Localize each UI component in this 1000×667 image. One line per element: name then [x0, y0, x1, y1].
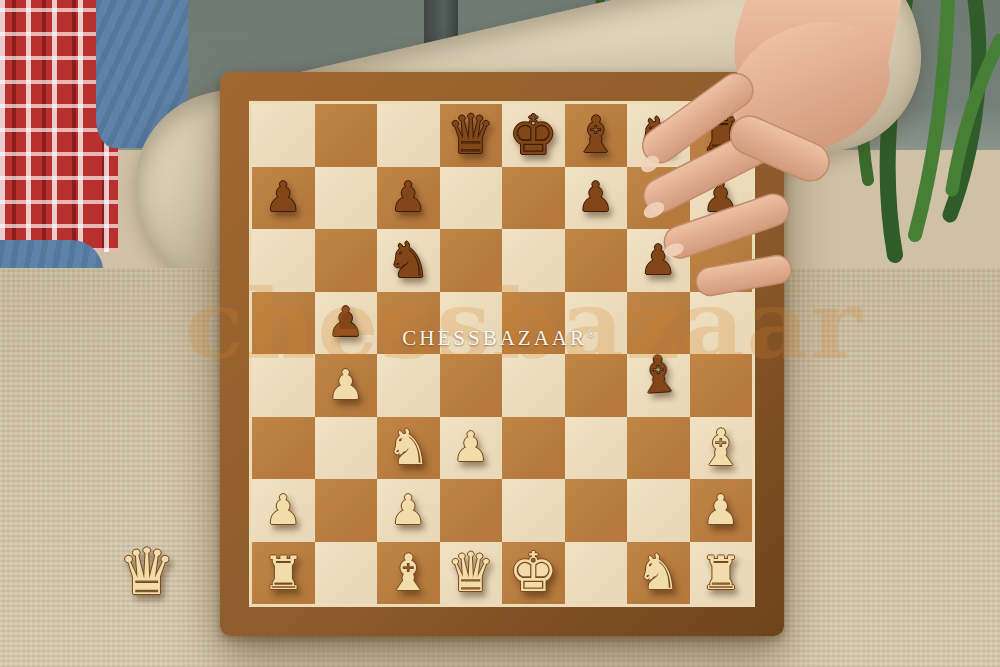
piece-white-knight-g1[interactable]: ♞: [636, 548, 680, 597]
piece-white-rook-h1[interactable]: ♜: [700, 550, 741, 596]
piece-black-pawn-b5[interactable]: ♟: [327, 302, 364, 343]
square-a1[interactable]: ♜: [252, 542, 315, 605]
piece-black-pawn-f7[interactable]: ♟: [577, 177, 614, 218]
square-c2[interactable]: ♟: [377, 479, 440, 542]
piece-white-bishop-h3[interactable]: ♝: [698, 423, 743, 473]
square-d2[interactable]: [440, 479, 503, 542]
square-d3[interactable]: ♟: [440, 417, 503, 480]
piece-black-bishop-f8[interactable]: ♝: [573, 110, 618, 160]
square-g5[interactable]: [627, 292, 690, 355]
square-g6[interactable]: ♟: [627, 229, 690, 292]
square-a6[interactable]: [252, 229, 315, 292]
piece-white-pawn-a2[interactable]: ♟: [265, 490, 302, 531]
piece-white-pawn-d3[interactable]: ♟: [452, 427, 489, 468]
square-e7[interactable]: [502, 167, 565, 230]
square-b1[interactable]: [315, 542, 378, 605]
piece-black-bishop-g4[interactable]: ♝: [634, 349, 682, 402]
board-grid: ♛♚♝♞♜♟♟♟♟♞♟♟♟♝♞♟♝♟♟♟♜♝♛♚♞♜: [252, 104, 752, 604]
square-e6[interactable]: [502, 229, 565, 292]
piece-black-queen-d8[interactable]: ♛: [447, 108, 495, 162]
piece-black-pawn-h7[interactable]: ♟: [702, 177, 739, 218]
square-f8[interactable]: ♝: [565, 104, 628, 167]
square-c5[interactable]: [377, 292, 440, 355]
piece-black-knight-g8[interactable]: ♞: [636, 111, 680, 160]
piece-white-rook-a1[interactable]: ♜: [263, 550, 304, 596]
square-d1[interactable]: ♛: [440, 542, 503, 605]
square-g2[interactable]: [627, 479, 690, 542]
square-b5[interactable]: ♟: [315, 292, 378, 355]
square-d7[interactable]: [440, 167, 503, 230]
square-a8[interactable]: [252, 104, 315, 167]
square-e5[interactable]: [502, 292, 565, 355]
square-b8[interactable]: [315, 104, 378, 167]
piece-white-pawn-b4[interactable]: ♟: [327, 365, 364, 406]
square-h6[interactable]: [690, 229, 753, 292]
square-h5[interactable]: [690, 292, 753, 355]
spare-black-queen-off-board[interactable]: ♛: [795, 62, 833, 104]
piece-white-queen-d1[interactable]: ♛: [447, 546, 495, 600]
piece-white-pawn-h2[interactable]: ♟: [702, 490, 739, 531]
spare-white-queen-off-board[interactable]: ♛: [118, 540, 175, 604]
square-a7[interactable]: ♟: [252, 167, 315, 230]
square-f1[interactable]: [565, 542, 628, 605]
square-g3[interactable]: [627, 417, 690, 480]
piece-white-pawn-c2[interactable]: ♟: [390, 490, 427, 531]
piece-black-king-e8[interactable]: ♚: [509, 108, 558, 163]
square-d6[interactable]: [440, 229, 503, 292]
square-c1[interactable]: ♝: [377, 542, 440, 605]
square-a3[interactable]: [252, 417, 315, 480]
square-g7[interactable]: [627, 167, 690, 230]
square-f7[interactable]: ♟: [565, 167, 628, 230]
square-c3[interactable]: ♞: [377, 417, 440, 480]
square-c4[interactable]: [377, 354, 440, 417]
piece-black-pawn-g6[interactable]: ♟: [640, 240, 677, 281]
chessboard: ♛♚♝♞♜♟♟♟♟♞♟♟♟♝♞♟♝♟♟♟♜♝♛♚♞♜: [220, 72, 784, 636]
piece-white-knight-c3[interactable]: ♞: [386, 423, 430, 472]
square-h8[interactable]: ♜: [690, 104, 753, 167]
square-f5[interactable]: [565, 292, 628, 355]
square-a5[interactable]: [252, 292, 315, 355]
square-b2[interactable]: [315, 479, 378, 542]
square-f4[interactable]: [565, 354, 628, 417]
square-h1[interactable]: ♜: [690, 542, 753, 605]
piece-black-rook-h8[interactable]: ♜: [700, 112, 741, 158]
square-g4[interactable]: ♝: [627, 354, 690, 417]
square-e3[interactable]: [502, 417, 565, 480]
square-b7[interactable]: [315, 167, 378, 230]
square-c6[interactable]: ♞: [377, 229, 440, 292]
square-g1[interactable]: ♞: [627, 542, 690, 605]
square-a4[interactable]: [252, 354, 315, 417]
square-h4[interactable]: [690, 354, 753, 417]
piece-black-pawn-c7[interactable]: ♟: [390, 177, 427, 218]
square-e8[interactable]: ♚: [502, 104, 565, 167]
square-e1[interactable]: ♚: [502, 542, 565, 605]
board-border-line: ♛♚♝♞♜♟♟♟♟♞♟♟♟♝♞♟♝♟♟♟♜♝♛♚♞♜: [249, 101, 755, 607]
square-d4[interactable]: [440, 354, 503, 417]
square-f6[interactable]: [565, 229, 628, 292]
piece-white-king-e1[interactable]: ♚: [509, 545, 558, 600]
square-b6[interactable]: [315, 229, 378, 292]
square-c7[interactable]: ♟: [377, 167, 440, 230]
square-g8[interactable]: ♞: [627, 104, 690, 167]
piece-white-bishop-c1[interactable]: ♝: [386, 548, 431, 598]
square-d5[interactable]: [440, 292, 503, 355]
square-e4[interactable]: [502, 354, 565, 417]
square-a2[interactable]: ♟: [252, 479, 315, 542]
square-h2[interactable]: ♟: [690, 479, 753, 542]
square-h7[interactable]: ♟: [690, 167, 753, 230]
square-c8[interactable]: [377, 104, 440, 167]
square-f2[interactable]: [565, 479, 628, 542]
piece-black-pawn-a7[interactable]: ♟: [265, 177, 302, 218]
square-b3[interactable]: [315, 417, 378, 480]
square-e2[interactable]: [502, 479, 565, 542]
square-f3[interactable]: [565, 417, 628, 480]
square-b4[interactable]: ♟: [315, 354, 378, 417]
square-h3[interactable]: ♝: [690, 417, 753, 480]
square-d8[interactable]: ♛: [440, 104, 503, 167]
piece-black-knight-c6[interactable]: ♞: [386, 236, 430, 285]
